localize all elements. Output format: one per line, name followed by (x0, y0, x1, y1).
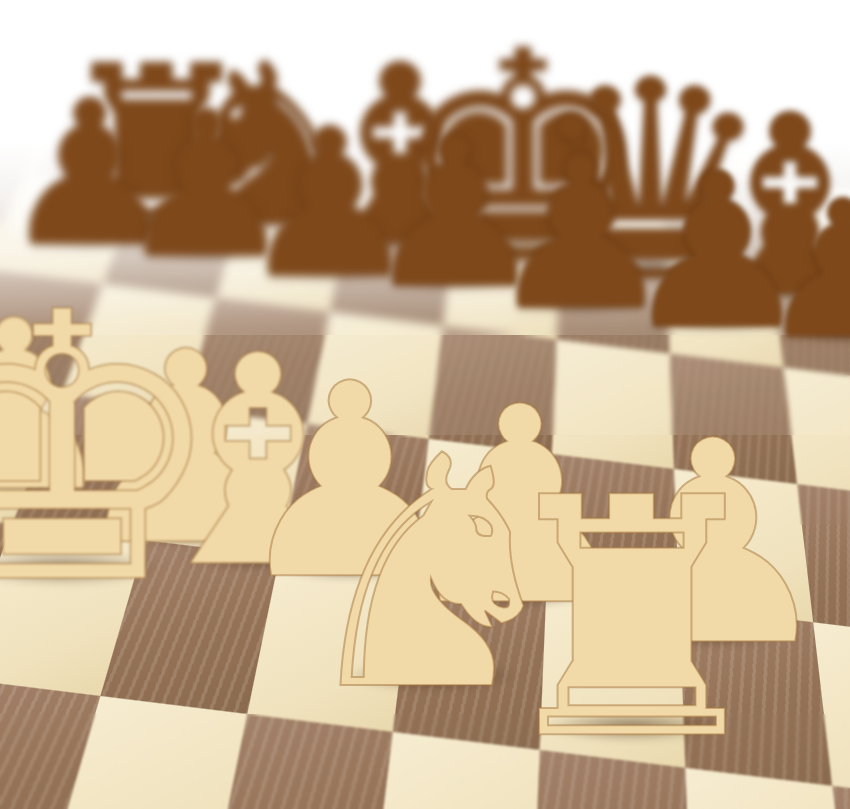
king-glyph: ♚ (0, 235, 228, 665)
light-king-b4[interactable]: ♚ (0, 265, 228, 635)
chess-set-photo: ♞♜♝♟♟♚♛♟♟♝♟♟♟♟♟♝♚♟♟♟♞♜ (0, 0, 850, 809)
pieces-layer: ♞♜♝♟♟♚♛♟♟♝♟♟♟♟♟♝♚♟♟♟♞♜ (0, 0, 850, 809)
rook-glyph: ♜ (484, 428, 780, 809)
light-rook-g2[interactable]: ♜ (484, 455, 780, 785)
dark-pawn-g7[interactable]: ♟ (758, 176, 850, 366)
pawn-glyph: ♟ (758, 160, 850, 381)
